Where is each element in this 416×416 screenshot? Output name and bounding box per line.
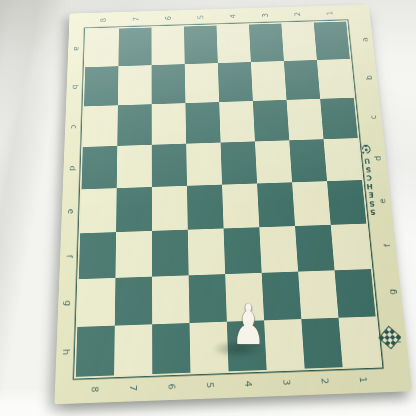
coordinate-label: 2 — [312, 361, 337, 401]
coordinate-label: 2 — [287, 0, 306, 29]
us-chess-pawn-logo-icon — [360, 143, 371, 154]
coordinate-label: a — [343, 33, 386, 46]
square-g5 — [189, 274, 227, 323]
square-d2 — [289, 139, 327, 182]
coordinate-label: 7 — [122, 368, 144, 409]
coordinate-label: 7 — [126, 5, 143, 34]
square-e7 — [116, 187, 152, 232]
white-pawn-piece: ♟ — [232, 292, 265, 357]
square-f2 — [295, 225, 334, 272]
coordinate-label: 1 — [350, 360, 376, 400]
square-b2 — [284, 60, 320, 100]
square-d5 — [186, 143, 222, 186]
us-chess-letter: S — [368, 199, 375, 208]
coordinate-label: 8 — [94, 6, 112, 35]
square-c6 — [152, 103, 187, 145]
square-e6 — [152, 186, 188, 231]
coordinate-label: g — [368, 284, 416, 300]
square-f6 — [152, 230, 189, 277]
us-chess-letter: E — [367, 190, 374, 199]
square-g2 — [298, 270, 338, 319]
square-e4 — [222, 183, 259, 228]
coordinate-label: h — [42, 343, 91, 362]
square-e5 — [187, 185, 224, 230]
square-f3 — [259, 226, 298, 273]
board-grid — [76, 22, 381, 377]
coordinate-label: a — [55, 41, 98, 55]
square-c5 — [185, 102, 220, 144]
coordinate-label: f — [46, 248, 93, 265]
square-d3 — [255, 140, 292, 183]
rank-labels-bottom: 87654321 — [75, 368, 383, 402]
square-b3 — [251, 61, 287, 101]
square-e3 — [257, 182, 295, 227]
coordinate-label: f — [363, 238, 411, 254]
square-e2 — [292, 181, 331, 226]
square-f5 — [188, 228, 225, 275]
square-b7 — [118, 65, 152, 105]
coordinate-label: 1 — [319, 0, 339, 28]
square-c4 — [219, 101, 255, 143]
checkered-diamond-logo-icon — [377, 324, 402, 351]
square-g3 — [262, 272, 302, 321]
square-g7 — [115, 277, 152, 326]
coordinate-label: 5 — [198, 365, 221, 406]
coordinate-label: 3 — [274, 362, 298, 403]
square-b4 — [218, 62, 253, 102]
square-d4 — [221, 141, 258, 184]
us-chess-letter: H — [366, 182, 373, 191]
us-chess-wordmark: USCHESS — [363, 156, 375, 216]
square-b5 — [185, 63, 219, 103]
square-f7 — [115, 231, 152, 278]
coordinate-label: g — [44, 294, 92, 312]
coordinate-label: c — [351, 110, 396, 124]
square-c7 — [117, 104, 151, 146]
square-c3 — [253, 100, 289, 142]
coordinate-label: 5 — [191, 3, 209, 32]
scene: 87654321 87654321 abcdefgh abcdefgh USCH… — [0, 0, 416, 416]
us-chess-letter: S — [369, 207, 376, 216]
square-c2 — [287, 99, 324, 140]
square-b6 — [152, 64, 186, 104]
coordinate-label: 6 — [160, 366, 183, 407]
coordinate-label: d — [50, 160, 95, 176]
square-g6 — [152, 275, 189, 324]
coordinate-label: c — [52, 119, 97, 134]
us-chess-letter: C — [365, 173, 372, 182]
square-d6 — [152, 144, 187, 187]
us-chess-letter: U — [363, 156, 370, 165]
coordinate-label: 4 — [236, 364, 260, 405]
square-f4 — [224, 227, 262, 274]
coordinate-label: 6 — [159, 4, 177, 33]
coordinate-label: b — [54, 79, 98, 94]
us-chess-letter: S — [364, 165, 371, 174]
coordinate-label: b — [347, 71, 391, 84]
coordinate-label: e — [48, 203, 94, 220]
coordinate-label: 4 — [223, 2, 241, 31]
coordinate-label: 8 — [83, 369, 106, 410]
coordinate-label: 3 — [255, 1, 274, 30]
square-d7 — [117, 145, 152, 188]
